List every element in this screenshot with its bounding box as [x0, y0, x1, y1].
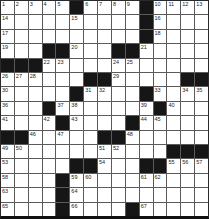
clue-number: 33: [155, 87, 161, 93]
black-cell: [112, 44, 125, 57]
white-cell[interactable]: [70, 30, 83, 43]
white-cell[interactable]: [181, 203, 194, 216]
white-cell[interactable]: 4: [43, 1, 56, 14]
black-cell: [15, 59, 28, 72]
white-cell[interactable]: 8: [112, 1, 125, 14]
white-cell[interactable]: [167, 15, 180, 28]
white-cell[interactable]: [98, 15, 111, 28]
clue-number: 42: [44, 116, 50, 122]
clue-number: 27: [16, 73, 22, 79]
white-cell[interactable]: [181, 102, 194, 115]
black-cell: [195, 73, 208, 86]
white-cell[interactable]: [154, 203, 167, 216]
white-cell[interactable]: [43, 188, 56, 201]
white-cell[interactable]: 57: [195, 159, 208, 172]
black-cell: [181, 73, 194, 86]
white-cell[interactable]: 20: [70, 44, 83, 57]
clue-number: 26: [2, 73, 8, 79]
black-cell: [195, 145, 208, 158]
clue-number: 20: [71, 44, 77, 50]
white-cell[interactable]: [98, 203, 111, 216]
white-cell[interactable]: 19: [1, 44, 14, 57]
black-cell: [154, 159, 167, 172]
black-cell: [43, 44, 56, 57]
white-cell[interactable]: [56, 15, 69, 28]
black-cell: [15, 131, 28, 144]
white-cell[interactable]: [29, 145, 42, 158]
clue-number: 51: [99, 145, 105, 151]
white-cell[interactable]: [15, 15, 28, 28]
black-cell: [70, 1, 83, 14]
white-cell[interactable]: [167, 174, 180, 187]
black-cell: [140, 159, 153, 172]
clue-number: 66: [71, 203, 77, 209]
white-cell[interactable]: [126, 145, 139, 158]
white-cell[interactable]: [195, 102, 208, 115]
white-cell[interactable]: [29, 159, 42, 172]
clue-number: 13: [196, 1, 202, 7]
clue-number: 30: [2, 87, 8, 93]
white-cell[interactable]: [98, 174, 111, 187]
white-cell[interactable]: 45: [154, 116, 167, 129]
clue-number: 55: [168, 159, 174, 165]
white-cell[interactable]: [29, 102, 42, 115]
white-cell[interactable]: [112, 87, 125, 100]
white-cell[interactable]: [15, 30, 28, 43]
clue-number: 37: [57, 102, 63, 108]
white-cell[interactable]: [70, 59, 83, 72]
white-cell[interactable]: 14: [1, 15, 14, 28]
white-cell[interactable]: 23: [56, 59, 69, 72]
white-cell[interactable]: [181, 116, 194, 129]
clue-number: 28: [30, 73, 36, 79]
white-cell[interactable]: [167, 59, 180, 72]
white-cell[interactable]: [126, 15, 139, 28]
white-cell[interactable]: [84, 203, 97, 216]
white-cell[interactable]: [167, 87, 180, 100]
white-cell[interactable]: 21: [140, 44, 153, 57]
white-cell[interactable]: [140, 145, 153, 158]
white-cell[interactable]: 64: [70, 188, 83, 201]
white-cell[interactable]: 34: [181, 87, 194, 100]
clue-number: 63: [2, 188, 8, 194]
white-cell[interactable]: [154, 44, 167, 57]
white-cell[interactable]: [167, 116, 180, 129]
white-cell[interactable]: [167, 44, 180, 57]
clue-number: 43: [71, 116, 77, 122]
white-cell[interactable]: 40: [167, 102, 180, 115]
white-cell[interactable]: 47: [56, 131, 69, 144]
white-cell[interactable]: 7: [98, 1, 111, 14]
white-cell[interactable]: 51: [98, 145, 111, 158]
white-cell[interactable]: [195, 59, 208, 72]
white-cell[interactable]: 55: [167, 159, 180, 172]
white-cell[interactable]: [56, 30, 69, 43]
white-cell[interactable]: [29, 188, 42, 201]
black-cell: [84, 159, 97, 172]
black-cell: [126, 44, 139, 57]
clue-number: 64: [71, 188, 77, 194]
white-cell[interactable]: [84, 116, 97, 129]
white-cell[interactable]: [112, 203, 125, 216]
clue-number: 45: [155, 116, 161, 122]
white-cell[interactable]: [154, 73, 167, 86]
white-cell[interactable]: [15, 174, 28, 187]
clue-number: 6: [85, 1, 88, 7]
white-cell[interactable]: 43: [70, 116, 83, 129]
white-cell[interactable]: 42: [43, 116, 56, 129]
white-cell[interactable]: [15, 102, 28, 115]
white-cell[interactable]: 29: [112, 73, 125, 86]
clue-number: 41: [2, 116, 8, 122]
white-cell[interactable]: [56, 87, 69, 100]
white-cell[interactable]: [15, 159, 28, 172]
black-cell: [140, 30, 153, 43]
clue-number: 24: [113, 59, 119, 65]
clue-number: 21: [141, 44, 147, 50]
white-cell[interactable]: 50: [15, 145, 28, 158]
white-cell[interactable]: [84, 44, 97, 57]
clue-number: 4: [44, 1, 47, 7]
white-cell[interactable]: 9: [126, 1, 139, 14]
white-cell[interactable]: [181, 30, 194, 43]
white-cell[interactable]: [29, 203, 42, 216]
white-cell[interactable]: 44: [140, 116, 153, 129]
white-cell[interactable]: 26: [1, 73, 14, 86]
clue-number: 61: [141, 174, 147, 180]
white-cell[interactable]: 25: [126, 59, 139, 72]
clue-number: 15: [71, 15, 77, 21]
clue-number: 60: [85, 174, 91, 180]
black-cell: [181, 145, 194, 158]
white-cell[interactable]: [15, 87, 28, 100]
white-cell[interactable]: [29, 44, 42, 57]
clue-number: 14: [2, 15, 8, 21]
white-cell[interactable]: [195, 44, 208, 57]
black-cell: [140, 1, 153, 14]
white-cell[interactable]: [112, 174, 125, 187]
white-cell[interactable]: [84, 59, 97, 72]
white-cell[interactable]: [126, 73, 139, 86]
black-cell: [56, 174, 69, 187]
clue-number: 9: [127, 1, 130, 7]
clue-number: 52: [113, 145, 119, 151]
white-cell[interactable]: [112, 116, 125, 129]
white-cell[interactable]: [195, 203, 208, 216]
clue-number: 23: [57, 59, 63, 65]
white-cell[interactable]: [140, 59, 153, 72]
clue-number: 3: [30, 1, 33, 7]
white-cell[interactable]: [154, 59, 167, 72]
white-cell[interactable]: [195, 131, 208, 144]
white-cell[interactable]: [140, 73, 153, 86]
white-cell[interactable]: [84, 15, 97, 28]
white-cell[interactable]: 56: [181, 159, 194, 172]
white-cell[interactable]: 62: [154, 174, 167, 187]
white-cell[interactable]: 35: [195, 87, 208, 100]
clue-number: 19: [2, 44, 8, 50]
black-cell: [56, 44, 69, 57]
white-cell[interactable]: [154, 145, 167, 158]
white-cell[interactable]: [167, 131, 180, 144]
white-cell[interactable]: 24: [112, 59, 125, 72]
crossword-puzzle: 1234567891011121314151617181920212223242…: [0, 0, 209, 219]
clue-number: 58: [2, 174, 8, 180]
white-cell[interactable]: 63: [1, 188, 14, 201]
white-cell[interactable]: [98, 188, 111, 201]
black-cell: [56, 188, 69, 201]
white-cell[interactable]: [126, 87, 139, 100]
white-cell[interactable]: [84, 102, 97, 115]
white-cell[interactable]: 59: [70, 174, 83, 187]
black-cell: [70, 159, 83, 172]
clue-number: 53: [2, 159, 8, 165]
clue-number: 57: [196, 159, 202, 165]
white-cell[interactable]: [84, 188, 97, 201]
white-cell[interactable]: [181, 15, 194, 28]
white-cell[interactable]: [126, 174, 139, 187]
clue-number: 34: [182, 87, 188, 93]
clue-number: 8: [113, 1, 116, 7]
white-cell[interactable]: 30: [1, 87, 14, 100]
white-cell[interactable]: [29, 116, 42, 129]
clue-number: 16: [155, 15, 161, 21]
clue-number: 2: [16, 1, 19, 7]
white-cell[interactable]: 3: [29, 1, 42, 14]
black-cell: [70, 87, 83, 100]
white-cell[interactable]: 2: [15, 1, 28, 14]
black-cell: [84, 73, 97, 86]
white-cell[interactable]: [167, 188, 180, 201]
black-cell: [140, 15, 153, 28]
black-cell: [1, 59, 14, 72]
white-cell[interactable]: [195, 188, 208, 201]
white-cell[interactable]: 36: [1, 102, 14, 115]
white-cell[interactable]: [167, 30, 180, 43]
white-cell[interactable]: [43, 203, 56, 216]
white-cell[interactable]: [43, 87, 56, 100]
clue-number: 56: [182, 159, 188, 165]
white-cell[interactable]: [43, 15, 56, 28]
white-cell[interactable]: [84, 131, 97, 144]
white-cell[interactable]: [56, 73, 69, 86]
white-cell[interactable]: [15, 44, 28, 57]
white-cell[interactable]: 11: [167, 1, 180, 14]
white-cell[interactable]: 33: [154, 87, 167, 100]
white-cell[interactable]: 49: [1, 145, 14, 158]
white-cell[interactable]: [15, 203, 28, 216]
white-cell[interactable]: [195, 30, 208, 43]
white-cell[interactable]: 18: [154, 30, 167, 43]
black-cell: [140, 87, 153, 100]
white-cell[interactable]: [181, 59, 194, 72]
white-cell[interactable]: [195, 15, 208, 28]
white-cell[interactable]: [43, 174, 56, 187]
clue-number: 44: [141, 116, 147, 122]
white-cell[interactable]: [56, 145, 69, 158]
white-cell[interactable]: [43, 30, 56, 43]
clue-number: 39: [141, 102, 147, 108]
clue-number: 31: [85, 87, 91, 93]
white-cell[interactable]: [181, 174, 194, 187]
clue-number: 32: [99, 87, 105, 93]
clue-number: 67: [141, 203, 147, 209]
white-cell[interactable]: 10: [154, 1, 167, 14]
white-cell[interactable]: [98, 116, 111, 129]
white-cell[interactable]: [29, 15, 42, 28]
white-cell[interactable]: 17: [1, 30, 14, 43]
white-cell[interactable]: [154, 131, 167, 144]
white-cell[interactable]: [154, 188, 167, 201]
white-cell[interactable]: 61: [140, 174, 153, 187]
white-cell[interactable]: 31: [84, 87, 97, 100]
black-cell: [1, 131, 14, 144]
white-cell[interactable]: [43, 145, 56, 158]
clue-number: 25: [127, 59, 133, 65]
white-cell[interactable]: [140, 188, 153, 201]
white-cell[interactable]: [43, 73, 56, 86]
white-cell[interactable]: [112, 102, 125, 115]
white-cell[interactable]: 39: [140, 102, 153, 115]
white-cell[interactable]: 58: [1, 174, 14, 187]
white-cell[interactable]: 54: [98, 159, 111, 172]
clue-number: 49: [2, 145, 8, 151]
white-cell[interactable]: 15: [70, 15, 83, 28]
black-cell: [29, 59, 42, 72]
white-cell[interactable]: 48: [126, 131, 139, 144]
black-cell: [126, 203, 139, 216]
clue-number: 54: [99, 159, 105, 165]
clue-number: 10: [155, 1, 161, 7]
white-cell[interactable]: [181, 131, 194, 144]
clue-number: 62: [155, 174, 161, 180]
clue-number: 46: [30, 131, 36, 137]
white-cell[interactable]: 67: [140, 203, 153, 216]
clue-number: 38: [71, 102, 77, 108]
clue-number: 50: [16, 145, 22, 151]
black-cell: [43, 102, 56, 115]
white-cell[interactable]: 60: [84, 174, 97, 187]
white-cell[interactable]: 37: [56, 102, 69, 115]
white-cell[interactable]: [167, 203, 180, 216]
clue-number: 47: [57, 131, 63, 137]
white-cell[interactable]: [195, 116, 208, 129]
clue-number: 65: [2, 203, 8, 209]
white-cell[interactable]: [15, 188, 28, 201]
black-cell: [154, 102, 167, 115]
black-cell: [126, 116, 139, 129]
white-cell[interactable]: [29, 174, 42, 187]
black-cell: [56, 203, 69, 216]
clue-number: 59: [71, 174, 77, 180]
white-cell[interactable]: 46: [29, 131, 42, 144]
white-cell[interactable]: [70, 145, 83, 158]
white-cell[interactable]: 28: [29, 73, 42, 86]
white-cell[interactable]: 13: [195, 1, 208, 14]
white-cell[interactable]: 27: [15, 73, 28, 86]
white-cell[interactable]: [98, 44, 111, 57]
white-cell[interactable]: 5: [56, 1, 69, 14]
white-cell[interactable]: 22: [43, 59, 56, 72]
black-cell: [112, 131, 125, 144]
white-cell[interactable]: 1: [1, 1, 14, 14]
white-cell[interactable]: 12: [181, 1, 194, 14]
white-cell[interactable]: [181, 188, 194, 201]
white-cell[interactable]: [126, 188, 139, 201]
clue-number: 12: [182, 1, 188, 7]
clue-number: 18: [155, 30, 161, 36]
white-cell[interactable]: 53: [1, 159, 14, 172]
clue-number: 7: [99, 1, 102, 7]
white-cell[interactable]: [126, 102, 139, 115]
white-cell[interactable]: [70, 131, 83, 144]
white-cell[interactable]: [84, 145, 97, 158]
black-cell: [167, 145, 180, 158]
white-cell[interactable]: 66: [70, 203, 83, 216]
clue-number: 29: [113, 73, 119, 79]
clue-number: 5: [57, 1, 60, 7]
white-cell[interactable]: [29, 87, 42, 100]
black-cell: [98, 131, 111, 144]
white-cell[interactable]: [195, 174, 208, 187]
white-cell[interactable]: [112, 188, 125, 201]
white-cell[interactable]: 65: [1, 203, 14, 216]
white-cell[interactable]: [70, 73, 83, 86]
white-cell[interactable]: [112, 15, 125, 28]
white-cell[interactable]: [84, 30, 97, 43]
white-cell[interactable]: [140, 131, 153, 144]
clue-number: 22: [44, 59, 50, 65]
white-cell[interactable]: 16: [154, 15, 167, 28]
white-cell[interactable]: [98, 30, 111, 43]
white-cell[interactable]: 52: [112, 145, 125, 158]
white-cell[interactable]: [29, 30, 42, 43]
clue-number: 48: [127, 131, 133, 137]
white-cell[interactable]: [43, 159, 56, 172]
white-cell[interactable]: [126, 30, 139, 43]
white-cell[interactable]: [112, 159, 125, 172]
white-cell[interactable]: [167, 73, 180, 86]
white-cell[interactable]: [15, 116, 28, 129]
clue-number: 11: [168, 1, 174, 7]
white-cell[interactable]: [98, 59, 111, 72]
white-cell[interactable]: 41: [1, 116, 14, 129]
black-cell: [56, 116, 69, 129]
clue-number: 40: [168, 102, 174, 108]
clue-number: 36: [2, 102, 8, 108]
white-cell[interactable]: [112, 30, 125, 43]
white-cell[interactable]: [56, 159, 69, 172]
crossword-grid: 1234567891011121314151617181920212223242…: [0, 0, 209, 219]
white-cell[interactable]: [98, 102, 111, 115]
white-cell[interactable]: 6: [84, 1, 97, 14]
black-cell: [98, 73, 111, 86]
white-cell[interactable]: [126, 159, 139, 172]
white-cell[interactable]: 38: [70, 102, 83, 115]
white-cell[interactable]: [181, 44, 194, 57]
white-cell[interactable]: 32: [98, 87, 111, 100]
clue-number: 17: [2, 30, 8, 36]
clue-number: 35: [196, 87, 202, 93]
clue-number: 1: [2, 1, 5, 7]
white-cell[interactable]: [43, 131, 56, 144]
